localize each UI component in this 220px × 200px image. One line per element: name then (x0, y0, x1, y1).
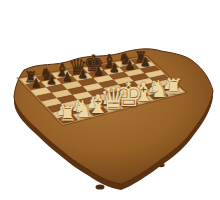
board-foot-1 (96, 184, 105, 189)
chess-board (0, 0, 220, 200)
chess-set-photo: ♜♞♝♛♚♝♞♜♟♟♟♟♟♟♟♟♟♟♟♟♟♟♟♟♜♞♝♛♚♝♞♜ (0, 0, 220, 200)
